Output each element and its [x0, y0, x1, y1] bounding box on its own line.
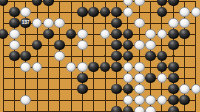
hoshi-point [172, 55, 175, 58]
black-stone [66, 29, 77, 40]
black-stone [9, 18, 20, 29]
black-stone [32, 0, 43, 6]
black-stone [168, 73, 179, 84]
white-stone [9, 29, 20, 40]
black-stone [9, 51, 20, 62]
white-stone [54, 18, 65, 29]
white-stone [157, 29, 168, 40]
white-stone [145, 106, 156, 112]
white-stone [54, 51, 65, 62]
black-stone [168, 95, 179, 106]
white-stone [77, 62, 88, 73]
black-stone [20, 51, 31, 62]
grid-line-horizontal [3, 111, 196, 112]
move-number-label: 137 [22, 21, 30, 26]
black-stone [54, 40, 65, 51]
hoshi-point [36, 55, 39, 58]
black-stone [77, 7, 88, 18]
white-stone [123, 73, 134, 84]
white-stone [145, 95, 156, 106]
white-stone [191, 84, 200, 95]
white-stone [134, 0, 145, 6]
black-stone [157, 62, 168, 73]
black-stone [168, 29, 179, 40]
black-stone [111, 7, 122, 18]
black-stone [32, 40, 43, 51]
black-stone [0, 29, 8, 40]
black-stone [145, 51, 156, 62]
black-stone [111, 106, 122, 112]
white-stone [100, 29, 111, 40]
white-stone [66, 62, 77, 73]
grid-line-horizontal [3, 89, 196, 90]
black-stone [168, 40, 179, 51]
white-stone [134, 40, 145, 51]
white-stone [145, 40, 156, 51]
white-stone [20, 7, 31, 18]
white-stone [9, 40, 20, 51]
white-stone [134, 73, 145, 84]
white-stone [134, 62, 145, 73]
black-stone [168, 84, 179, 95]
white-stone [179, 18, 190, 29]
go-board[interactable]: 137 [0, 0, 200, 112]
white-stone [77, 29, 88, 40]
white-stone [179, 84, 190, 95]
black-stone [123, 84, 134, 95]
white-stone [20, 95, 31, 106]
black-stone [123, 40, 134, 51]
white-stone [134, 84, 145, 95]
black-stone [123, 51, 134, 62]
black-stone [43, 0, 54, 6]
white-stone [123, 0, 134, 6]
white-stone [123, 7, 134, 18]
black-stone [157, 51, 168, 62]
black-stone [111, 40, 122, 51]
white-stone [134, 95, 145, 106]
black-stone [88, 62, 99, 73]
black-stone [123, 29, 134, 40]
white-stone [32, 62, 43, 73]
black-stone [0, 0, 8, 6]
black-stone [88, 7, 99, 18]
black-stone [168, 62, 179, 73]
white-stone [134, 106, 145, 112]
white-stone [191, 7, 200, 18]
black-stone [168, 0, 179, 6]
black-stone [111, 84, 122, 95]
white-stone [32, 18, 43, 29]
black-stone [168, 106, 179, 112]
black-stone [43, 29, 54, 40]
white-stone [134, 18, 145, 29]
white-stone [123, 62, 134, 73]
black-stone [100, 62, 111, 73]
black-stone [100, 7, 111, 18]
white-stone [20, 62, 31, 73]
black-stone [179, 29, 190, 40]
white-stone [123, 95, 134, 106]
black-stone [111, 18, 122, 29]
black-stone [111, 62, 122, 73]
white-stone [179, 7, 190, 18]
black-stone [77, 84, 88, 95]
white-stone [157, 95, 168, 106]
white-stone [157, 73, 168, 84]
black-stone [157, 0, 168, 6]
black-stone [157, 7, 168, 18]
go-board-screenshot: 137 [0, 0, 200, 112]
black-stone [145, 73, 156, 84]
black-stone [111, 51, 122, 62]
black-stone [111, 29, 122, 40]
black-stone [179, 95, 190, 106]
white-stone [43, 18, 54, 29]
black-stone [123, 106, 134, 112]
black-stone [9, 7, 20, 18]
white-stone [145, 29, 156, 40]
white-stone [168, 18, 179, 29]
black-stone [77, 73, 88, 84]
white-stone [77, 40, 88, 51]
